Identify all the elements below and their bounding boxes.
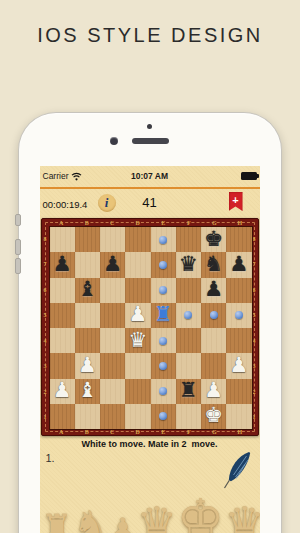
white-pawn-a2[interactable]: ♟ bbox=[53, 380, 72, 401]
black-pawn-c7[interactable]: ♟ bbox=[103, 254, 122, 275]
square-e7[interactable] bbox=[151, 252, 176, 277]
square-g5[interactable] bbox=[201, 303, 226, 328]
rank-label-3: 3 bbox=[42, 354, 49, 380]
square-d6[interactable] bbox=[125, 278, 150, 303]
square-h8[interactable] bbox=[226, 227, 251, 252]
decorative-rook-icon: ♜ bbox=[41, 511, 73, 533]
black-bishop-b6[interactable]: ♝ bbox=[78, 279, 97, 300]
square-c7[interactable]: ♟ bbox=[100, 252, 125, 277]
file-label-f: F bbox=[176, 219, 202, 226]
move-dot-e7[interactable] bbox=[159, 261, 167, 269]
file-label-b: B bbox=[74, 219, 100, 226]
square-g6[interactable]: ♟ bbox=[201, 278, 226, 303]
decorative-knight-icon: ♞ bbox=[73, 507, 109, 533]
square-h3[interactable]: ♟ bbox=[226, 353, 251, 378]
square-g4[interactable] bbox=[201, 328, 226, 353]
move-dot-e8[interactable] bbox=[159, 236, 167, 244]
decorative-queen-icon: ♛ bbox=[136, 503, 176, 533]
battery-icon bbox=[241, 172, 257, 180]
square-c3[interactable] bbox=[100, 353, 125, 378]
page-title: IOS STYLE DESIGN bbox=[0, 24, 300, 47]
square-c6[interactable] bbox=[100, 278, 125, 303]
square-b6[interactable]: ♝ bbox=[75, 278, 100, 303]
puzzle-instruction: White to move. Mate in 2 move. bbox=[40, 439, 260, 449]
volume-down-button[interactable] bbox=[15, 258, 22, 274]
white-pawn-g2[interactable]: ♟ bbox=[204, 380, 223, 401]
black-pawn-a7[interactable]: ♟ bbox=[53, 254, 72, 275]
square-g2[interactable]: ♟ bbox=[201, 379, 226, 404]
square-f3[interactable] bbox=[176, 353, 201, 378]
iphone-mockup: Carrier 10:07 AM 00:00:19.4 i 41 + ABCDE… bbox=[18, 112, 282, 533]
white-queen-d4[interactable]: ♛ bbox=[128, 330, 147, 351]
file-label-e: E bbox=[151, 219, 177, 226]
square-f5[interactable] bbox=[176, 303, 201, 328]
black-queen-f7[interactable]: ♛ bbox=[179, 254, 198, 275]
square-g3[interactable] bbox=[201, 353, 226, 378]
white-pawn-d5[interactable]: ♟ bbox=[128, 304, 147, 325]
square-a8[interactable] bbox=[50, 227, 75, 252]
white-bishop-b2[interactable]: ♝ bbox=[78, 380, 97, 401]
file-label-a: A bbox=[49, 219, 75, 226]
square-b7[interactable] bbox=[75, 252, 100, 277]
move-number-label: 1. bbox=[46, 452, 55, 464]
square-h4[interactable] bbox=[226, 328, 251, 353]
square-d5[interactable]: ♟ bbox=[125, 303, 150, 328]
file-label-d: D bbox=[125, 219, 151, 226]
rank-label-2: 2 bbox=[42, 379, 49, 405]
move-dot-e1[interactable] bbox=[159, 412, 167, 420]
toolbar: 00:00:19.4 i 41 + bbox=[40, 191, 260, 216]
decorative-chess-pieces: ♜♞♟♛♚♛♟♞♜ bbox=[40, 484, 260, 533]
white-pawn-h3[interactable]: ♟ bbox=[229, 355, 248, 376]
move-dot-e2[interactable] bbox=[159, 387, 167, 395]
rank-label-8: 8 bbox=[42, 226, 49, 252]
square-a6[interactable] bbox=[50, 278, 75, 303]
rank-label-1: 1 bbox=[42, 405, 49, 431]
square-e5[interactable]: ♜ bbox=[151, 303, 176, 328]
move-dot-e3[interactable] bbox=[159, 362, 167, 370]
rank-label-5: 5 bbox=[42, 303, 49, 329]
square-c4[interactable] bbox=[100, 328, 125, 353]
square-b3[interactable]: ♟ bbox=[75, 353, 100, 378]
rank-label-4: 4 bbox=[42, 328, 49, 354]
black-pawn-g6[interactable]: ♟ bbox=[204, 279, 223, 300]
decorative-king-icon: ♚ bbox=[177, 495, 225, 533]
square-c8[interactable] bbox=[100, 227, 125, 252]
status-bar: Carrier 10:07 AM bbox=[40, 168, 260, 184]
move-dot-h5[interactable] bbox=[235, 311, 243, 319]
square-a2[interactable]: ♟ bbox=[50, 379, 75, 404]
proximity-sensor-icon bbox=[147, 124, 152, 129]
mute-switch[interactable] bbox=[15, 214, 21, 226]
rank-label-7: 7 bbox=[42, 252, 49, 278]
square-c2[interactable] bbox=[100, 379, 125, 404]
black-rook-f2[interactable]: ♜ bbox=[179, 380, 198, 401]
square-h1[interactable] bbox=[226, 404, 251, 429]
move-dot-f5[interactable] bbox=[184, 311, 192, 319]
square-b1[interactable] bbox=[75, 404, 100, 429]
square-d8[interactable] bbox=[125, 227, 150, 252]
square-h5[interactable] bbox=[226, 303, 251, 328]
move-dot-e6[interactable] bbox=[159, 286, 167, 294]
puzzle-counter: 41 bbox=[40, 195, 260, 210]
square-f7[interactable]: ♛ bbox=[176, 252, 201, 277]
bookmark-plus-glyph: + bbox=[232, 193, 238, 207]
file-label-c: C bbox=[100, 219, 126, 226]
square-e8[interactable] bbox=[151, 227, 176, 252]
square-d1[interactable] bbox=[125, 404, 150, 429]
square-e3[interactable] bbox=[151, 353, 176, 378]
square-a7[interactable]: ♟ bbox=[50, 252, 75, 277]
volume-up-button[interactable] bbox=[15, 239, 22, 255]
black-knight-g7[interactable]: ♞ bbox=[204, 254, 223, 275]
square-f8[interactable] bbox=[176, 227, 201, 252]
square-h2[interactable] bbox=[226, 379, 251, 404]
square-d2[interactable] bbox=[125, 379, 150, 404]
file-label-g: G bbox=[202, 219, 228, 226]
app-screen: Carrier 10:07 AM 00:00:19.4 i 41 + ABCDE… bbox=[40, 166, 260, 533]
square-g8[interactable]: ♚ bbox=[201, 227, 226, 252]
square-b2[interactable]: ♝ bbox=[75, 379, 100, 404]
square-b5[interactable] bbox=[75, 303, 100, 328]
square-d7[interactable] bbox=[125, 252, 150, 277]
chess-board-frame: ABCDEFGH ABCDEFGH 87654321 87654321 ♚♟♟♛… bbox=[41, 218, 259, 436]
file-labels-top: ABCDEFGH bbox=[49, 219, 253, 226]
square-g1[interactable]: ♚ bbox=[201, 404, 226, 429]
white-pawn-b3[interactable]: ♟ bbox=[78, 355, 97, 376]
move-dot-g5[interactable] bbox=[210, 311, 218, 319]
square-d3[interactable] bbox=[125, 353, 150, 378]
square-h6[interactable] bbox=[226, 278, 251, 303]
square-g7[interactable]: ♞ bbox=[201, 252, 226, 277]
chess-board[interactable]: ♚♟♟♛♞♟♝♟♟♜♛♟♟♟♝♜♟♚ bbox=[49, 226, 253, 430]
earpiece-speaker-icon bbox=[132, 138, 169, 144]
black-pawn-h7[interactable]: ♟ bbox=[229, 254, 248, 275]
square-f2[interactable]: ♜ bbox=[176, 379, 201, 404]
square-c5[interactable] bbox=[100, 303, 125, 328]
square-a3[interactable] bbox=[50, 353, 75, 378]
decorative-pawn-icon: ♟ bbox=[109, 515, 137, 533]
square-h7[interactable]: ♟ bbox=[226, 252, 251, 277]
decorative-queen-icon: ♛ bbox=[224, 503, 259, 533]
move-dot-e4[interactable] bbox=[159, 337, 167, 345]
square-a4[interactable] bbox=[50, 328, 75, 353]
square-b4[interactable] bbox=[75, 328, 100, 353]
square-e4[interactable] bbox=[151, 328, 176, 353]
rank-labels-left: 87654321 bbox=[42, 226, 49, 430]
square-f4[interactable] bbox=[176, 328, 201, 353]
square-f1[interactable] bbox=[176, 404, 201, 429]
square-a5[interactable] bbox=[50, 303, 75, 328]
rank-label-6: 6 bbox=[42, 277, 49, 303]
square-c1[interactable] bbox=[100, 404, 125, 429]
white-king-g1[interactable]: ♚ bbox=[204, 405, 223, 426]
black-king-g8[interactable]: ♚ bbox=[204, 229, 223, 250]
white-rook-e5[interactable]: ♜ bbox=[154, 304, 173, 325]
square-f6[interactable] bbox=[176, 278, 201, 303]
square-a1[interactable] bbox=[50, 404, 75, 429]
file-label-h: H bbox=[227, 219, 253, 226]
status-bar-time: 10:07 AM bbox=[40, 171, 260, 181]
square-e6[interactable] bbox=[151, 278, 176, 303]
front-camera-icon bbox=[110, 137, 118, 145]
square-e2[interactable] bbox=[151, 379, 176, 404]
square-d4[interactable]: ♛ bbox=[125, 328, 150, 353]
square-e1[interactable] bbox=[151, 404, 176, 429]
divider-line bbox=[40, 187, 260, 189]
square-b8[interactable] bbox=[75, 227, 100, 252]
